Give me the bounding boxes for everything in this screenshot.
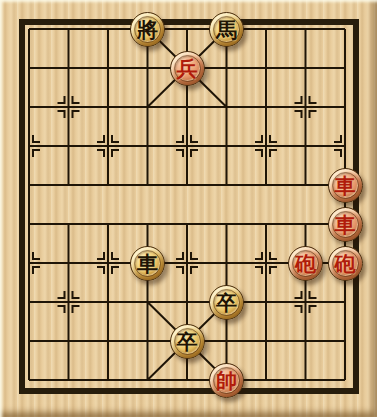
- red-chariot[interactable]: 車: [328, 207, 363, 242]
- red-soldier[interactable]: 兵: [170, 51, 205, 86]
- red-chariot[interactable]: 車: [328, 168, 363, 203]
- piece-glyph: 兵: [177, 58, 198, 79]
- black-soldier[interactable]: 卒: [170, 324, 205, 359]
- red-general[interactable]: 帥: [209, 363, 244, 398]
- piece-glyph: 砲: [295, 253, 316, 274]
- piece-glyph: 車: [335, 214, 356, 235]
- piece-glyph: 帥: [216, 370, 237, 391]
- black-chariot[interactable]: 車: [130, 246, 165, 281]
- piece-glyph: 卒: [216, 292, 237, 313]
- piece-glyph: 將: [137, 19, 158, 40]
- black-horse[interactable]: 馬: [209, 12, 244, 47]
- piece-glyph: 車: [137, 253, 158, 274]
- black-soldier[interactable]: 卒: [209, 285, 244, 320]
- black-general[interactable]: 將: [130, 12, 165, 47]
- piece-glyph: 卒: [177, 331, 198, 352]
- red-cannon[interactable]: 砲: [328, 246, 363, 281]
- piece-glyph: 砲: [335, 253, 356, 274]
- wooden-board-panel: 將馬兵車車車砲砲卒卒帥: [0, 0, 377, 417]
- pieces-layer: 將馬兵車車車砲砲卒卒帥: [9, 10, 365, 400]
- piece-glyph: 車: [335, 175, 356, 196]
- piece-glyph: 馬: [216, 19, 237, 40]
- red-cannon[interactable]: 砲: [288, 246, 323, 281]
